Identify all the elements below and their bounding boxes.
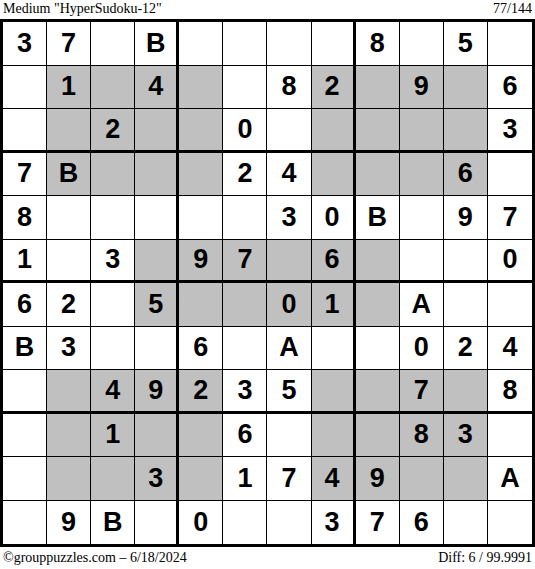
grid-cell (47, 196, 91, 240)
grid-cell: 5 (444, 22, 488, 66)
grid-cell: B (135, 22, 179, 66)
grid-cell (223, 501, 267, 545)
grid-cell (223, 327, 267, 371)
grid-cell: 6 (223, 414, 267, 458)
grid-cell (356, 327, 400, 371)
grid-cell (488, 283, 532, 327)
grid-cell (267, 501, 311, 545)
grid-cell: 5 (135, 283, 179, 327)
grid-cell: 2 (91, 109, 135, 153)
grid-cell (3, 414, 47, 458)
grid-cell: 3 (135, 457, 179, 501)
grid-cell: 2 (223, 153, 267, 197)
grid-cell: 3 (47, 327, 91, 371)
grid-cell (312, 153, 356, 197)
grid-cell: 4 (312, 457, 356, 501)
grid-cell: 9 (400, 66, 444, 110)
grid-cell (312, 414, 356, 458)
grid-cell: 7 (488, 196, 532, 240)
grid-cell (135, 196, 179, 240)
grid-cell: 4 (91, 370, 135, 414)
grid-cell: A (400, 283, 444, 327)
grid-cell (47, 457, 91, 501)
grid-cell (135, 109, 179, 153)
grid-cell (400, 22, 444, 66)
grid-cell (312, 109, 356, 153)
grid-cell (135, 240, 179, 284)
grid-cell (3, 370, 47, 414)
grid-cell (179, 109, 223, 153)
grid-cell: 3 (267, 196, 311, 240)
puzzle-page: Medium "HyperSudoku-12" 77/144 37B851482… (0, 0, 535, 569)
grid-cell: 5 (267, 370, 311, 414)
grid-cell (91, 283, 135, 327)
grid-cell (400, 196, 444, 240)
grid-cell: 9 (47, 501, 91, 545)
grid-cell (91, 153, 135, 197)
grid-cell (267, 240, 311, 284)
grid-cell: 8 (488, 370, 532, 414)
grid-cell (356, 414, 400, 458)
grid-cell: 7 (47, 22, 91, 66)
grid-cell (267, 22, 311, 66)
grid-cell: 7 (3, 153, 47, 197)
grid-cell: 3 (91, 240, 135, 284)
grid-cell (488, 414, 532, 458)
grid-cell: 9 (135, 370, 179, 414)
grid-cell (356, 240, 400, 284)
grid-cell (135, 501, 179, 545)
grid-cell (179, 22, 223, 66)
grid-cell: 3 (444, 414, 488, 458)
grid-cell (179, 457, 223, 501)
grid-cell: 8 (356, 22, 400, 66)
grid-cell (47, 240, 91, 284)
grid-cell (91, 327, 135, 371)
footer-difficulty: Diff: 6 / 99.9991 (438, 550, 532, 566)
grid-cell (444, 370, 488, 414)
grid-cell (312, 327, 356, 371)
grid-cell: 0 (179, 501, 223, 545)
grid-cell: 3 (223, 370, 267, 414)
grid-cell: 8 (400, 414, 444, 458)
grid-cell: 7 (267, 457, 311, 501)
grid-cell (267, 109, 311, 153)
grid-cell: 0 (312, 196, 356, 240)
grid-cell: 8 (3, 196, 47, 240)
grid-cell (400, 240, 444, 284)
grid-cell (179, 66, 223, 110)
grid-cell: 4 (267, 153, 311, 197)
grid-cell (444, 240, 488, 284)
grid-cell (444, 109, 488, 153)
grid-cell (179, 414, 223, 458)
sudoku-grid: 37B851482962037B246830B9713976062501AB36… (0, 19, 535, 547)
grid-cell (488, 22, 532, 66)
grid-cell: 8 (267, 66, 311, 110)
grid-cell (356, 153, 400, 197)
grid-cell: A (488, 457, 532, 501)
grid-cell: 9 (179, 240, 223, 284)
grid-cell: 1 (312, 283, 356, 327)
grid-cell (356, 283, 400, 327)
grid-cell (91, 196, 135, 240)
grid-cell (3, 501, 47, 545)
grid-cell (444, 66, 488, 110)
grid-cell (356, 66, 400, 110)
grid-cell: 9 (356, 457, 400, 501)
grid-cell (356, 370, 400, 414)
grid-cell (179, 196, 223, 240)
grid-cell: 6 (312, 240, 356, 284)
puzzle-title: Medium "HyperSudoku-12" (3, 1, 162, 17)
grid-cell (3, 457, 47, 501)
grid-cell (356, 109, 400, 153)
grid-cell (444, 501, 488, 545)
grid-cell (400, 457, 444, 501)
grid-cell: 1 (91, 414, 135, 458)
grid-cell: 0 (267, 283, 311, 327)
grid-cell (223, 196, 267, 240)
grid-cell: 7 (223, 240, 267, 284)
grid-cell (91, 66, 135, 110)
grid-cell (179, 153, 223, 197)
grid-cell (3, 109, 47, 153)
grid-cell (488, 501, 532, 545)
grid-cell: B (47, 153, 91, 197)
grid-cell (312, 22, 356, 66)
grid-cell: 6 (488, 66, 532, 110)
grid-cell (47, 414, 91, 458)
grid-cell (444, 457, 488, 501)
grid-cell: 1 (47, 66, 91, 110)
grid-cell: 3 (3, 22, 47, 66)
grid-cell (135, 327, 179, 371)
grid-cell: 7 (400, 370, 444, 414)
grid-cell: B (356, 196, 400, 240)
grid-cell: 2 (47, 283, 91, 327)
grid-cell (312, 370, 356, 414)
grid-cell (47, 109, 91, 153)
grid-cell: 7 (356, 501, 400, 545)
grid-cell: B (3, 327, 47, 371)
header: Medium "HyperSudoku-12" 77/144 (0, 0, 535, 19)
grid-cell: 6 (444, 153, 488, 197)
grid-cell (223, 22, 267, 66)
grid-cell (135, 153, 179, 197)
grid-cell: 3 (488, 109, 532, 153)
grid-cell (400, 153, 444, 197)
grid-cell: 0 (400, 327, 444, 371)
footer-copyright: ©grouppuzzles.com – 6/18/2024 (3, 550, 187, 566)
grid-cell: 6 (179, 327, 223, 371)
grid-cell: 3 (312, 501, 356, 545)
grid-cell (179, 283, 223, 327)
grid-cell (91, 22, 135, 66)
grid-cell (223, 66, 267, 110)
grid-cell (135, 414, 179, 458)
grid-cell (223, 283, 267, 327)
grid-cell (488, 153, 532, 197)
grid-cell: 0 (223, 109, 267, 153)
grid-cell: 4 (488, 327, 532, 371)
grid-cell: 9 (444, 196, 488, 240)
grid-cell (91, 457, 135, 501)
grid-cell (400, 109, 444, 153)
grid-cell: 1 (223, 457, 267, 501)
grid-cell: 2 (312, 66, 356, 110)
puzzle-counter: 77/144 (493, 1, 532, 17)
grid-cell (267, 414, 311, 458)
grid-cell: 6 (400, 501, 444, 545)
grid-cell: 4 (135, 66, 179, 110)
grid-cell: 2 (179, 370, 223, 414)
grid-cell: 1 (3, 240, 47, 284)
grid-cell: 6 (3, 283, 47, 327)
grid-cell (47, 370, 91, 414)
footer: ©grouppuzzles.com – 6/18/2024 Diff: 6 / … (0, 547, 535, 569)
grid-cell: 2 (444, 327, 488, 371)
grid-cell (444, 283, 488, 327)
grid-cell: 0 (488, 240, 532, 284)
grid-cell: A (267, 327, 311, 371)
grid-cell: B (91, 501, 135, 545)
grid-cell (3, 66, 47, 110)
